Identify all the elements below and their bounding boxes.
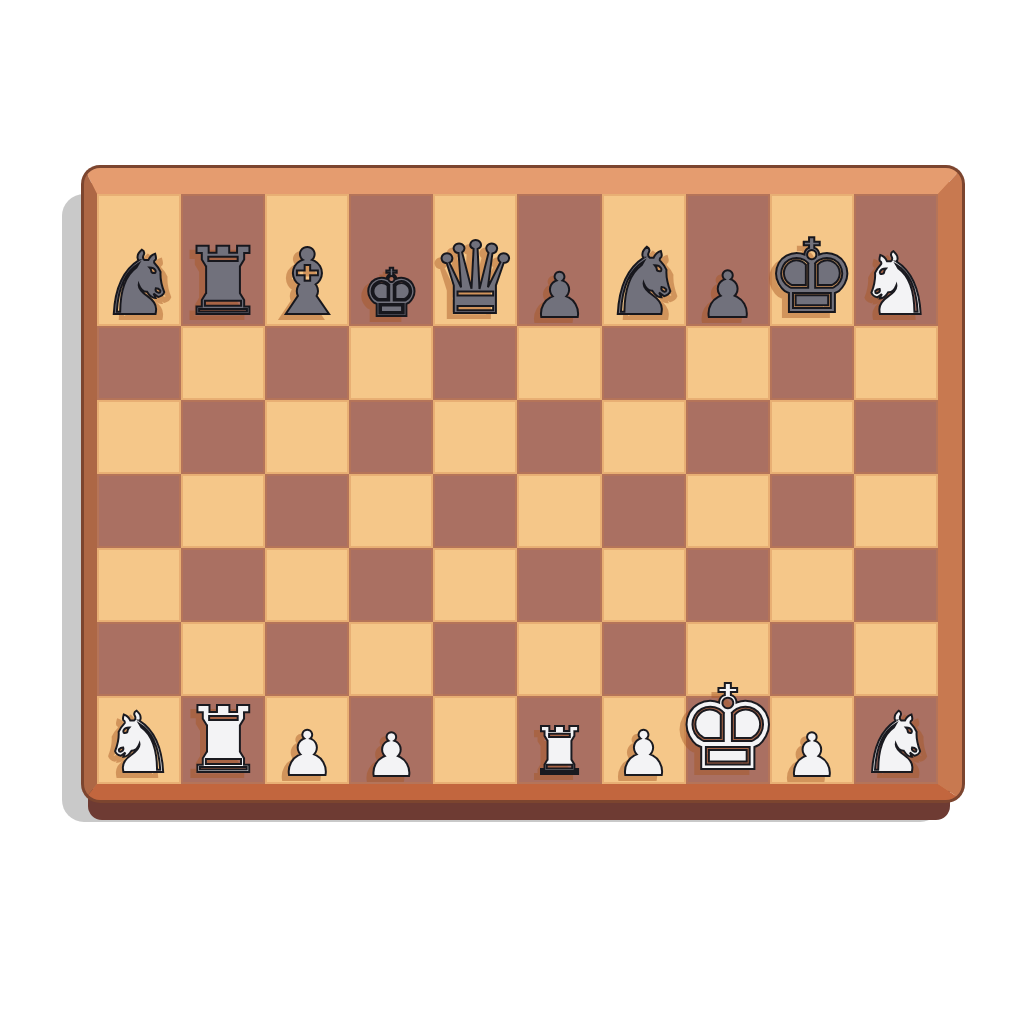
black-knight[interactable]: ♞ [100, 242, 179, 326]
black-pawn[interactable]: ♟ [532, 267, 588, 326]
white-rook[interactable]: ♜ [530, 721, 589, 784]
square-r7c4[interactable]: ♟ [349, 696, 433, 784]
square-r7c7[interactable]: ♟ [602, 696, 686, 784]
white-king[interactable]: ♚ [675, 672, 781, 784]
square-r7c6[interactable]: ♜ [517, 696, 601, 784]
square-r4c3[interactable] [265, 474, 349, 548]
square-r5c7[interactable] [602, 548, 686, 622]
square-r2c10[interactable] [854, 326, 938, 400]
square-r2c3[interactable] [265, 326, 349, 400]
square-r1c9[interactable]: ♚ [770, 194, 854, 326]
white-pawn[interactable]: ♟ [616, 725, 672, 784]
square-r5c10[interactable] [854, 548, 938, 622]
square-r2c7[interactable] [602, 326, 686, 400]
black-queen[interactable]: ♛ [431, 231, 521, 326]
square-r3c6[interactable] [517, 400, 601, 474]
white-knight[interactable]: ♞ [857, 244, 934, 326]
square-r7c2[interactable]: ♜ [181, 696, 265, 784]
square-r5c1[interactable] [97, 548, 181, 622]
square-r7c1[interactable]: ♞ [97, 696, 181, 784]
square-r1c3[interactable]: ♝ [265, 194, 349, 326]
square-r7c10[interactable]: ♞ [854, 696, 938, 784]
square-r6c9[interactable] [770, 622, 854, 696]
square-r4c9[interactable] [770, 474, 854, 548]
black-pawn[interactable]: ♟ [699, 265, 756, 326]
square-r7c5[interactable] [433, 696, 517, 784]
square-r5c6[interactable] [517, 548, 601, 622]
square-r1c2[interactable]: ♜ [181, 194, 265, 326]
white-rook[interactable]: ♜ [182, 697, 264, 784]
square-r5c2[interactable] [181, 548, 265, 622]
square-r1c8[interactable]: ♟ [686, 194, 770, 326]
square-r1c5[interactable]: ♛ [433, 194, 517, 326]
square-r5c4[interactable] [349, 548, 433, 622]
black-rook[interactable]: ♜ [181, 237, 265, 326]
square-r4c8[interactable] [686, 474, 770, 548]
square-r4c2[interactable] [181, 474, 265, 548]
square-r3c3[interactable] [265, 400, 349, 474]
square-r5c9[interactable] [770, 548, 854, 622]
square-r1c4[interactable]: ♚ [349, 194, 433, 326]
square-r3c7[interactable] [602, 400, 686, 474]
square-r3c2[interactable] [181, 400, 265, 474]
square-r3c8[interactable] [686, 400, 770, 474]
square-r6c1[interactable] [97, 622, 181, 696]
square-r2c9[interactable] [770, 326, 854, 400]
square-r4c10[interactable] [854, 474, 938, 548]
white-pawn[interactable]: ♟ [785, 727, 839, 784]
square-r4c4[interactable] [349, 474, 433, 548]
square-r4c7[interactable] [602, 474, 686, 548]
square-r4c1[interactable] [97, 474, 181, 548]
square-r2c4[interactable] [349, 326, 433, 400]
white-pawn[interactable]: ♟ [364, 727, 418, 784]
square-r2c6[interactable] [517, 326, 601, 400]
square-r6c6[interactable] [517, 622, 601, 696]
square-r2c5[interactable] [433, 326, 517, 400]
square-r2c2[interactable] [181, 326, 265, 400]
white-knight[interactable]: ♞ [101, 704, 176, 784]
page: ♞♜♝♚♛♟♞♟♚♞♞♜♟♟♜♟♚♟♞ [0, 0, 1024, 1024]
square-r1c10[interactable]: ♞ [854, 194, 938, 326]
square-r6c3[interactable] [265, 622, 349, 696]
square-r3c9[interactable] [770, 400, 854, 474]
square-r4c6[interactable] [517, 474, 601, 548]
square-r6c7[interactable] [602, 622, 686, 696]
board-grid: ♞♜♝♚♛♟♞♟♚♞♞♜♟♟♜♟♚♟♞ [97, 194, 938, 784]
black-knight[interactable]: ♞ [602, 239, 684, 326]
square-r7c9[interactable]: ♟ [770, 696, 854, 784]
white-knight[interactable]: ♞ [858, 704, 933, 784]
square-r5c8[interactable] [686, 548, 770, 622]
square-r2c8[interactable] [686, 326, 770, 400]
black-king[interactable]: ♚ [362, 263, 421, 326]
square-r6c10[interactable] [854, 622, 938, 696]
square-r1c7[interactable]: ♞ [602, 194, 686, 326]
square-r5c5[interactable] [433, 548, 517, 622]
square-r3c5[interactable] [433, 400, 517, 474]
square-r7c3[interactable]: ♟ [265, 696, 349, 784]
black-king[interactable]: ♚ [766, 229, 857, 326]
square-r4c5[interactable] [433, 474, 517, 548]
chessboard-frame: ♞♜♝♚♛♟♞♟♚♞♞♜♟♟♜♟♚♟♞ [84, 168, 962, 800]
black-bishop[interactable]: ♝ [266, 239, 348, 326]
square-r5c3[interactable] [265, 548, 349, 622]
square-r3c4[interactable] [349, 400, 433, 474]
square-r6c2[interactable] [181, 622, 265, 696]
square-r3c1[interactable] [97, 400, 181, 474]
square-r1c1[interactable]: ♞ [97, 194, 181, 326]
square-r1c6[interactable]: ♟ [517, 194, 601, 326]
square-r3c10[interactable] [854, 400, 938, 474]
square-r6c4[interactable] [349, 622, 433, 696]
square-r7c8[interactable]: ♚ [686, 696, 770, 784]
square-r2c1[interactable] [97, 326, 181, 400]
white-pawn[interactable]: ♟ [279, 725, 335, 784]
square-r6c5[interactable] [433, 622, 517, 696]
